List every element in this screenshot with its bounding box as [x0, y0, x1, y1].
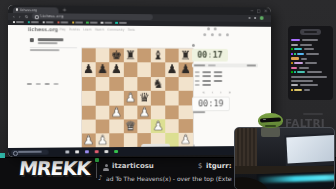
white-queen-d3[interactable]: ♛	[124, 119, 138, 133]
square-g4[interactable]	[165, 105, 179, 119]
move-nav-buttons[interactable]: «‹›»	[202, 90, 230, 95]
taskbar-app-icon[interactable]	[85, 150, 89, 154]
square-b4[interactable]	[96, 105, 110, 119]
white-pawn-b2[interactable]: ♟	[96, 134, 110, 148]
chat-badge-icon	[294, 53, 296, 55]
streamer-logo: MREKK	[18, 157, 92, 179]
chat-username	[291, 57, 299, 59]
white-pawn-a2[interactable]: ♟	[82, 134, 96, 148]
player-title-icon	[192, 44, 195, 47]
chat-username	[294, 62, 303, 64]
move-nav-icon[interactable]: «	[202, 90, 205, 95]
top-player-bar	[192, 63, 258, 67]
nav-item-play[interactable]: Play	[59, 27, 65, 31]
square-f5[interactable]	[151, 91, 165, 105]
black-king-c8[interactable]: ♚	[110, 48, 124, 62]
bookmark-item[interactable]	[13, 21, 24, 23]
square-a8[interactable]	[82, 48, 96, 62]
bookmark-item[interactable]	[42, 21, 53, 23]
clock-top-black: 00:17	[192, 48, 228, 61]
square-h8[interactable]: ♜	[179, 49, 193, 63]
black-pawn-g7[interactable]: ♟	[165, 63, 179, 77]
square-d8[interactable]: ♜	[124, 48, 138, 62]
square-b3[interactable]	[96, 119, 110, 133]
back-icon[interactable]: ‹	[13, 14, 15, 19]
black-knight-f6[interactable]: ♞	[151, 77, 165, 91]
black-rook-h8[interactable]: ♜	[179, 49, 193, 63]
stream-scene: MREKK itzarticosu $ itgurr: $3.00 ♪ ad T…	[0, 0, 336, 189]
tab-favicon	[15, 8, 17, 11]
square-g8[interactable]	[165, 49, 179, 63]
chat-badge-icon	[291, 62, 293, 64]
square-a3[interactable]	[82, 120, 96, 134]
chat-messages	[291, 38, 330, 92]
song-title: ad To The Heavens(x) - over the top (Ext…	[106, 175, 232, 182]
square-d6[interactable]	[124, 77, 138, 91]
square-b2[interactable]: ♟	[96, 134, 110, 148]
person-icon	[103, 164, 109, 171]
new-tab-button[interactable]: +	[62, 6, 66, 12]
chat-text	[300, 44, 312, 46]
chat-badge-icon	[291, 71, 293, 73]
chat-username	[291, 39, 300, 41]
lichess-page: lichess.org PlayPuzzlesLearnWatchCommuni…	[8, 25, 271, 149]
chat-username	[297, 53, 304, 55]
lichess-nav[interactable]: PlayPuzzlesLearnWatchCommunityTools	[59, 27, 134, 31]
header-icons[interactable]	[207, 27, 216, 30]
nav-item-tools[interactable]: Tools	[128, 27, 135, 31]
chat-text	[302, 39, 318, 41]
chat-header-pill	[300, 29, 321, 35]
chat-text	[304, 89, 310, 91]
bookmark-item[interactable]	[86, 21, 97, 23]
black-pawn-c7[interactable]: ♟	[110, 63, 124, 77]
search-icon	[207, 27, 210, 30]
bookmark-star-icon[interactable]	[254, 17, 256, 19]
extensions-icon[interactable]	[248, 17, 250, 19]
window-controls[interactable]: ─□✕	[251, 8, 267, 13]
square-a5[interactable]	[82, 91, 96, 105]
square-c3[interactable]	[110, 119, 124, 133]
square-d3[interactable]: ♛	[124, 119, 138, 133]
black-pawn-b7[interactable]: ♟	[96, 63, 110, 77]
twitch-chat-panel[interactable]	[288, 26, 333, 100]
nav-item-community[interactable]: Community	[107, 27, 124, 31]
game-tools-icons[interactable]	[203, 33, 229, 36]
chat-badge-icon	[291, 48, 293, 50]
chat-username	[291, 67, 297, 69]
square-d2[interactable]	[124, 133, 138, 147]
pepe-emote	[257, 113, 285, 138]
chat-username	[294, 89, 302, 91]
bottom-player-name	[193, 111, 205, 113]
taskbar-search[interactable]	[11, 149, 49, 155]
bar-separator	[96, 163, 97, 178]
square-b7[interactable]: ♟	[96, 63, 110, 77]
square-c2[interactable]	[110, 134, 124, 148]
square-b6[interactable]	[96, 77, 110, 91]
square-a4[interactable]	[82, 105, 96, 119]
chat-username	[294, 48, 302, 50]
white-pawn-e4[interactable]: ♟	[137, 105, 151, 119]
square-b5[interactable]	[96, 91, 110, 105]
reload-icon[interactable]: ↻	[25, 14, 28, 19]
nav-item-learn[interactable]: Learn	[83, 27, 91, 31]
chat-username	[291, 44, 298, 46]
square-e7[interactable]	[137, 63, 151, 77]
bookmark-item[interactable]	[115, 22, 126, 24]
chat-badge-icon	[294, 71, 296, 73]
chat-message	[291, 88, 330, 93]
square-d4[interactable]	[124, 105, 138, 119]
square-c4[interactable]: ♟	[110, 105, 124, 119]
square-f4[interactable]	[151, 105, 165, 119]
black-queen-e5[interactable]: ♛	[137, 91, 151, 105]
gear-icon	[214, 27, 217, 30]
profile-avatar[interactable]	[260, 16, 264, 20]
forward-icon[interactable]: ›	[19, 14, 21, 19]
square-c6[interactable]	[110, 77, 124, 91]
square-d5[interactable]: ♟	[124, 91, 138, 105]
square-e3[interactable]	[137, 119, 151, 133]
square-g7[interactable]: ♟	[165, 63, 179, 77]
square-e5[interactable]: ♛	[137, 91, 151, 105]
clock-bottom-white: 00:19	[192, 97, 230, 112]
square-h6[interactable]	[179, 77, 193, 91]
square-c5[interactable]	[110, 91, 124, 105]
url-text: lichess.org	[40, 14, 63, 18]
move-nav-icon[interactable]: ›	[220, 90, 222, 95]
search-icon	[13, 151, 18, 156]
square-f3[interactable]: ♟	[151, 119, 165, 133]
square-c7[interactable]: ♟	[110, 63, 124, 77]
black-pawn-h7[interactable]: ♟	[179, 63, 193, 77]
square-e4[interactable]: ♟	[137, 105, 151, 119]
taskbar-app-icon[interactable]	[105, 150, 108, 154]
taskbar-app-icon[interactable]	[75, 150, 79, 154]
black-pawn-a7[interactable]: ♟	[82, 63, 96, 77]
square-h2[interactable]: ♟	[179, 133, 193, 147]
square-c8[interactable]: ♚	[110, 48, 124, 62]
move-nav-icon[interactable]: »	[228, 90, 231, 95]
chat-text	[307, 71, 322, 73]
viewer-name: itzarticosu	[112, 162, 154, 170]
taskbar-app-icon[interactable]	[115, 150, 118, 154]
square-a2[interactable]: ♟	[82, 134, 96, 148]
square-h7[interactable]: ♟	[179, 63, 193, 77]
square-a6[interactable]	[82, 77, 96, 91]
address-bar[interactable]: lichess.org	[32, 14, 153, 20]
bookmark-item[interactable]	[28, 21, 39, 23]
chat-badge-icon	[291, 53, 293, 55]
square-g6[interactable]	[165, 77, 179, 91]
square-b8[interactable]	[96, 48, 110, 62]
square-e8[interactable]	[137, 49, 151, 63]
bookmark-item[interactable]	[57, 21, 68, 23]
move-nav-icon[interactable]: ‹	[212, 90, 214, 95]
chess-board[interactable]: ♚♜♝♜♟♟♟♟♟♞♟♛♟♟♛♟♟♟♟♜♝♚♜	[82, 48, 193, 157]
chat-username	[291, 84, 298, 86]
dollar-icon: $	[198, 162, 202, 170]
black-bishop-f8[interactable]: ♝	[151, 49, 165, 63]
green-indicator-dot	[95, 158, 99, 162]
chat-text	[301, 58, 307, 60]
watermark-subtext	[303, 113, 323, 116]
white-pawn-h2[interactable]: ♟	[179, 133, 193, 147]
chat-username	[297, 71, 305, 73]
chat-text	[300, 84, 318, 86]
square-h3[interactable]	[179, 119, 193, 133]
square-f6[interactable]: ♞	[151, 77, 165, 91]
windows-taskbar	[8, 146, 271, 157]
chat-text	[306, 53, 319, 55]
chat-text	[305, 62, 317, 64]
bookmark-item[interactable]	[101, 21, 112, 23]
nav-item-watch[interactable]: Watch	[95, 27, 104, 31]
square-f7[interactable]	[151, 63, 165, 77]
webcam-monitor-left	[284, 133, 335, 168]
square-h4[interactable]	[179, 105, 193, 119]
square-f8[interactable]: ♝	[151, 49, 165, 63]
square-d7[interactable]	[124, 63, 138, 77]
white-pawn-c4[interactable]: ♟	[110, 105, 124, 119]
square-g3[interactable]	[165, 119, 179, 133]
browser-window: lichess.org + ─□✕ ‹ › ↻ lichess.org lich…	[8, 5, 271, 157]
square-h5[interactable]	[179, 91, 193, 105]
chat-badge-icon	[291, 89, 293, 91]
square-a7[interactable]: ♟	[82, 63, 96, 77]
chat-text	[299, 67, 309, 69]
black-rook-d8[interactable]: ♜	[124, 48, 138, 62]
white-pawn-d5[interactable]: ♟	[124, 91, 138, 105]
square-g5[interactable]	[165, 91, 179, 105]
taskbar-app-icons[interactable]	[65, 150, 118, 154]
square-e6[interactable]	[137, 77, 151, 91]
teal-indicator-dot	[0, 153, 5, 158]
taskbar-app-icon[interactable]	[65, 150, 69, 154]
bookmark-item[interactable]	[72, 21, 83, 23]
taskbar-app-icon[interactable]	[95, 150, 99, 154]
music-note-icon: ♪	[98, 174, 102, 182]
white-pawn-f3[interactable]: ♟	[151, 119, 165, 133]
tv-icon	[30, 38, 34, 42]
nav-item-puzzles[interactable]: Puzzles	[69, 27, 80, 31]
lichess-logo[interactable]: lichess.org	[28, 26, 58, 32]
chat-text	[304, 48, 314, 50]
